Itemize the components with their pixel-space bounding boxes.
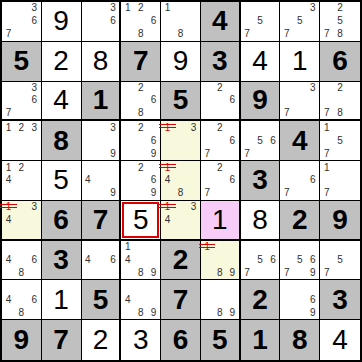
cell-r9c5[interactable]: 6 [161,320,201,360]
pencil-marks: 124 [2,161,41,200]
cell-r9c7[interactable]: 1 [241,320,281,360]
cell-r3c2[interactable]: 4 [42,82,82,122]
eliminated-candidate-1: 1 [2,201,15,214]
cell-r2c5[interactable]: 9 [161,42,201,82]
cell-r6c8[interactable]: 2 [280,201,320,241]
candidate-8: 8 [333,107,346,120]
pencil-marks: 46 [82,241,120,280]
candidate-8: 8 [213,306,226,319]
given-digit: 9 [252,86,268,114]
cell-r6c9[interactable]: 9 [320,201,360,241]
candidate-9: 9 [107,147,120,160]
cell-r1c5[interactable]: 18 [161,2,201,42]
cell-r3c9[interactable]: 278 [320,82,360,122]
cell-r1c2[interactable]: 9 [42,2,82,42]
cell-r4c2[interactable]: 8 [42,121,82,161]
solved-digit: 4 [252,47,268,75]
candidate-8: 8 [134,267,147,280]
candidate-6: 6 [28,254,41,267]
candidate-7: 7 [201,147,214,160]
cell-r7c7[interactable]: 567 [241,241,281,281]
given-digit: 3 [212,47,228,75]
solved-digit: 5 [133,206,149,234]
pencil-marks: 49 [82,161,120,200]
pencil-marks: 367 [2,82,41,120]
pencil-marks: 36 [82,2,120,41]
cell-r1c4[interactable]: 1268 [121,2,161,42]
cell-r1c6[interactable]: 4 [201,2,241,42]
candidate-8: 8 [213,267,226,280]
candidate-7: 7 [280,267,293,280]
cell-r2c7[interactable]: 4 [241,42,281,82]
candidate-9: 9 [306,306,319,319]
cell-r7c9[interactable]: 57 [320,241,360,281]
candidate-3: 3 [107,2,120,15]
candidate-1: 1 [161,2,174,15]
pencil-marks: 37 [280,82,319,120]
candidate-7: 7 [280,28,293,41]
given-digit: 6 [332,47,348,75]
candidate-2: 2 [134,82,147,95]
cell-r3c3[interactable]: 1 [82,82,122,122]
given-digit: 2 [292,206,308,234]
cell-r9c6[interactable]: 5 [201,320,241,360]
cell-r2c4[interactable]: 7 [121,42,161,82]
cell-r2c8[interactable]: 1 [280,42,320,82]
candidate-7: 7 [201,187,214,200]
given-digit: 5 [173,86,189,114]
pencil-marks: 39 [82,121,120,160]
candidate-6: 6 [28,293,41,306]
pencil-marks: 157 [320,121,360,160]
cell-r6c1[interactable]: 134 [2,201,42,241]
candidate-6: 6 [226,134,239,147]
candidate-2: 2 [15,121,28,134]
given-digit: 7 [133,47,149,75]
candidate-9: 9 [147,306,160,319]
candidate-3: 3 [28,201,41,214]
candidate-9: 9 [226,306,239,319]
candidate-9: 9 [147,147,160,160]
candidate-3: 3 [306,82,319,95]
cell-r7c4[interactable]: 1489 [121,241,161,281]
candidate-2: 2 [333,2,346,15]
candidate-5: 5 [333,134,346,147]
pencil-marks: 267 [201,121,239,160]
solved-digit: 9 [173,47,189,75]
cell-r5c8[interactable]: 67 [280,161,320,201]
given-digit: 9 [332,206,348,234]
cell-r8c9[interactable]: 3 [320,280,360,320]
candidate-1: 1 [2,161,15,174]
given-digit: 4 [292,127,308,155]
candidate-9: 9 [147,267,160,280]
cell-r5c6[interactable]: 267 [201,161,241,201]
pencil-marks: 357 [280,2,319,41]
candidate-6: 6 [107,15,120,28]
candidate-3: 3 [28,121,41,134]
candidate-2: 2 [213,121,226,134]
candidate-8: 8 [134,107,147,120]
given-digit: 2 [252,286,268,314]
cell-r6c2[interactable]: 6 [42,201,82,241]
pencil-marks: 468 [2,241,41,280]
pencil-marks: 267 [201,161,239,200]
pencil-marks: 17 [320,161,360,200]
cell-r9c2[interactable]: 7 [42,320,82,360]
solved-digit: 1 [53,286,69,314]
cell-r6c6[interactable]: 1 [201,201,241,241]
cell-r6c4[interactable]: 5 [121,201,161,241]
cell-r2c9[interactable]: 6 [320,42,360,82]
cell-r9c4[interactable]: 3 [121,320,161,360]
cell-r8c3[interactable]: 5 [82,280,122,320]
pencil-marks: 89 [201,280,239,319]
pencil-marks: 189 [201,241,239,280]
candidate-6: 6 [226,174,239,187]
candidate-8: 8 [174,28,187,41]
given-digit: 3 [332,286,348,314]
cell-r7c3[interactable]: 46 [82,241,122,281]
candidate-2: 2 [213,161,226,174]
candidate-2: 2 [15,161,28,174]
cell-r3c7[interactable]: 9 [241,82,281,122]
candidate-6: 6 [147,134,160,147]
candidate-8: 8 [134,28,147,41]
cell-r2c6[interactable]: 3 [201,42,241,82]
given-digit: 8 [53,127,69,155]
cell-r5c5[interactable]: 148 [161,161,201,201]
eliminated-candidate-1: 1 [161,161,174,174]
pencil-marks: 567 [241,121,280,160]
candidate-3: 3 [28,2,41,15]
cell-r4c3[interactable]: 39 [82,121,122,161]
solved-digit: 8 [93,47,109,75]
given-digit: 7 [53,326,69,354]
cell-r4c8[interactable]: 4 [280,121,320,161]
candidate-4: 4 [121,293,134,306]
cell-r1c1[interactable]: 367 [2,2,42,42]
cell-r8c8[interactable]: 69 [280,280,320,320]
solved-digit: 4 [53,86,69,114]
cell-r9c8[interactable]: 8 [280,320,320,360]
candidate-5: 5 [254,15,267,28]
cell-r5c4[interactable]: 269 [121,161,161,201]
pencil-marks: 468 [2,280,41,319]
given-digit: 8 [292,326,308,354]
candidate-5: 5 [293,254,306,267]
candidate-7: 7 [320,147,333,160]
candidate-3: 3 [187,201,200,214]
cell-r9c1[interactable]: 9 [2,320,42,360]
cell-r9c9[interactable]: 4 [320,320,360,360]
given-digit: 3 [53,246,69,274]
candidate-3: 3 [187,121,200,134]
cell-r7c1[interactable]: 468 [2,241,42,281]
cell-r3c1[interactable]: 367 [2,82,42,122]
candidate-9: 9 [226,267,239,280]
candidate-7: 7 [320,107,333,120]
candidate-7: 7 [241,267,254,280]
candidate-7: 7 [2,107,15,120]
candidate-6: 6 [107,254,120,267]
candidate-8: 8 [15,306,28,319]
cell-r8c1[interactable]: 468 [2,280,42,320]
given-digit: 1 [93,86,109,114]
cell-r7c8[interactable]: 5679 [280,241,320,281]
pencil-marks: 567 [241,241,280,280]
cell-r6c3[interactable]: 7 [82,201,122,241]
cell-r5c1[interactable]: 124 [2,161,42,201]
pencil-marks: 134 [161,201,200,239]
cell-r3c5[interactable]: 5 [161,82,201,122]
pencil-marks: 269 [121,121,160,160]
solved-digit: 9 [53,7,69,35]
candidate-7: 7 [241,28,254,41]
cell-r9c3[interactable]: 2 [82,320,122,360]
candidate-1: 1 [320,121,333,134]
pencil-marks: 489 [121,280,160,319]
candidate-8: 8 [174,187,187,200]
cell-r3c8[interactable]: 37 [280,82,320,122]
candidate-5: 5 [333,254,346,267]
candidate-3: 3 [306,2,319,15]
solved-digit: 8 [252,206,268,234]
candidate-6: 6 [306,254,319,267]
eliminated-candidate-1: 1 [161,201,174,214]
cell-r8c6[interactable]: 89 [201,280,241,320]
candidate-2: 2 [134,121,147,134]
given-digit: 6 [53,206,69,234]
pencil-marks: 367 [2,2,41,41]
candidate-7: 7 [280,107,293,120]
cell-r8c5[interactable]: 7 [161,280,201,320]
candidate-1: 1 [121,241,134,254]
cell-r4c6[interactable]: 267 [201,121,241,161]
candidate-6: 6 [306,174,319,187]
candidate-6: 6 [28,15,41,28]
pencil-marks: 268 [121,82,160,120]
candidate-6: 6 [226,94,239,107]
candidate-2: 2 [213,82,226,95]
candidate-7: 7 [2,28,15,41]
cell-r2c1[interactable]: 5 [2,42,42,82]
eliminated-candidate-1: 1 [201,241,214,254]
pencil-marks: 69 [280,280,319,319]
cell-r4c1[interactable]: 123 [2,121,42,161]
given-digit: 3 [252,166,268,194]
cell-r6c5[interactable]: 134 [161,201,201,241]
given-digit: 2 [173,246,189,274]
cell-r7c6[interactable]: 189 [201,241,241,281]
pencil-marks: 26 [201,82,239,120]
pencil-marks: 1268 [121,2,160,41]
pencil-marks: 57 [241,2,280,41]
cell-r1c8[interactable]: 357 [280,2,320,42]
cell-r7c2[interactable]: 3 [42,241,82,281]
cell-r7c5[interactable]: 2 [161,241,201,281]
given-digit: 1 [252,326,268,354]
candidate-4: 4 [82,254,95,267]
cell-r6c7[interactable]: 8 [241,201,281,241]
given-digit: 7 [173,286,189,314]
candidate-4: 4 [2,254,15,267]
candidate-2: 2 [134,161,147,174]
candidate-8: 8 [333,28,346,41]
candidate-8: 8 [134,306,147,319]
solved-digit: 1 [292,47,308,75]
candidate-4: 4 [121,254,134,267]
candidate-5: 5 [293,15,306,28]
pencil-marks: 134 [2,201,41,239]
given-digit: 5 [14,47,30,75]
candidate-9: 9 [147,187,160,200]
given-digit: 6 [173,326,189,354]
candidate-1: 1 [121,2,134,15]
candidate-7: 7 [320,28,333,41]
cell-r4c4[interactable]: 269 [121,121,161,161]
cell-r5c7[interactable]: 3 [241,161,281,201]
solved-digit: 3 [133,326,149,354]
candidate-9: 9 [306,267,319,280]
pencil-marks: 123 [2,121,41,160]
pencil-marks: 269 [121,161,160,200]
candidate-2: 2 [333,82,346,95]
pencil-marks: 13 [161,121,200,160]
pencil-marks: 278 [320,82,360,120]
candidate-7: 7 [241,147,254,160]
pencil-marks: 18 [161,2,200,41]
candidate-4: 4 [161,213,174,226]
candidate-9: 9 [107,187,120,200]
pencil-marks: 67 [280,161,319,200]
candidate-8: 8 [15,267,28,280]
cell-r1c3[interactable]: 36 [82,2,122,42]
given-digit: 5 [212,326,228,354]
pencil-marks: 5679 [280,241,319,280]
cell-r8c2[interactable]: 1 [42,280,82,320]
cell-r3c4[interactable]: 268 [121,82,161,122]
pencil-marks: 148 [161,161,200,200]
cell-r8c7[interactable]: 2 [241,280,281,320]
cell-r4c9[interactable]: 157 [320,121,360,161]
candidate-2: 2 [134,2,147,15]
candidate-5: 5 [254,134,267,147]
pencil-marks: 57 [320,241,360,280]
pencil-marks: 1489 [121,241,160,280]
candidate-6: 6 [267,254,280,267]
candidate-1: 1 [2,121,15,134]
cell-r4c5[interactable]: 13 [161,121,201,161]
candidate-3: 3 [107,121,120,134]
cell-r5c3[interactable]: 49 [82,161,122,201]
candidate-5: 5 [254,254,267,267]
candidate-5: 5 [333,15,346,28]
candidate-6: 6 [306,293,319,306]
cell-r1c7[interactable]: 57 [241,2,281,42]
cell-r4c7[interactable]: 567 [241,121,281,161]
solved-digit: 4 [332,326,348,354]
cell-r2c2[interactable]: 2 [42,42,82,82]
cell-r5c9[interactable]: 17 [320,161,360,201]
candidate-6: 6 [147,174,160,187]
solved-digit: 5 [53,166,69,194]
solved-digit: 2 [93,326,109,354]
cell-r8c4[interactable]: 489 [121,280,161,320]
given-digit: 7 [93,206,109,234]
candidate-1: 1 [320,161,333,174]
given-digit: 4 [212,7,228,35]
pencil-marks: 2578 [320,2,360,41]
cell-r5c2[interactable]: 5 [42,161,82,201]
solved-digit: 1 [212,206,228,234]
candidate-7: 7 [320,187,333,200]
candidate-4: 4 [2,174,15,187]
sudoku-board: 3679361268184573572578528793416367412685… [0,0,362,362]
candidate-4: 4 [82,174,95,187]
candidate-7: 7 [280,187,293,200]
candidate-6: 6 [267,134,280,147]
candidate-4: 4 [2,293,15,306]
candidate-7: 7 [320,267,333,280]
given-digit: 5 [93,286,109,314]
candidate-4: 4 [2,213,15,226]
candidate-6: 6 [147,15,160,28]
candidate-6: 6 [147,94,160,107]
given-digit: 9 [14,326,30,354]
cell-r3c6[interactable]: 26 [201,82,241,122]
solved-digit: 2 [53,47,69,75]
eliminated-candidate-1: 1 [161,121,174,134]
candidate-6: 6 [28,94,41,107]
cell-r2c3[interactable]: 8 [82,42,122,82]
candidate-4: 4 [161,174,174,187]
candidate-3: 3 [28,82,41,95]
cell-r1c9[interactable]: 2578 [320,2,360,42]
